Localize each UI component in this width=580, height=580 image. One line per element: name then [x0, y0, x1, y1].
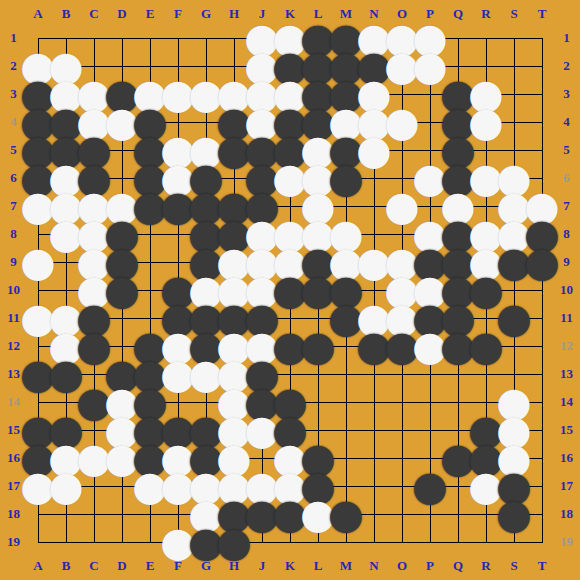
column-label-top: N — [360, 1, 388, 26]
column-label-bottom: O — [388, 553, 416, 578]
row-label-right: 11 — [553, 306, 580, 330]
row-label-right: 10 — [553, 278, 580, 302]
column-label-bottom: Q — [444, 553, 472, 578]
row-label-left: 13 — [0, 362, 27, 386]
column-label-top: L — [304, 1, 332, 26]
column-label-top: S — [500, 1, 528, 26]
column-label-top: T — [528, 1, 556, 26]
row-label-left: 4 — [0, 110, 27, 134]
column-label-top: O — [388, 1, 416, 26]
row-label-left: 10 — [0, 278, 27, 302]
column-label-bottom: D — [108, 553, 136, 578]
row-label-right: 7 — [553, 194, 580, 218]
row-label-right: 3 — [553, 82, 580, 106]
column-label-top: G — [192, 1, 220, 26]
row-label-left: 9 — [0, 250, 27, 274]
column-label-bottom: R — [472, 553, 500, 578]
row-label-left: 7 — [0, 194, 27, 218]
column-label-bottom: A — [24, 553, 52, 578]
row-label-right: 8 — [553, 222, 580, 246]
column-label-top: H — [220, 1, 248, 26]
row-label-left: 16 — [0, 446, 27, 470]
row-label-left: 8 — [0, 222, 27, 246]
row-label-right: 15 — [553, 418, 580, 442]
row-label-right: 17 — [553, 474, 580, 498]
column-label-bottom: J — [248, 553, 276, 578]
row-label-left: 5 — [0, 138, 27, 162]
row-label-left: 17 — [0, 474, 27, 498]
column-label-bottom: G — [192, 553, 220, 578]
column-label-bottom: P — [416, 553, 444, 578]
row-label-right: 4 — [553, 110, 580, 134]
column-label-bottom: K — [276, 553, 304, 578]
column-label-top: K — [276, 1, 304, 26]
row-label-left: 1 — [0, 26, 27, 50]
column-label-top: D — [108, 1, 136, 26]
row-label-right: 16 — [553, 446, 580, 470]
row-label-right: 14 — [553, 390, 580, 414]
go-board[interactable]: ●●●●●●●●●●●●●●●●●●●●●●●●●●●●●●●●●●●●●●●●… — [0, 0, 580, 580]
column-label-top: C — [80, 1, 108, 26]
row-label-left: 11 — [0, 306, 27, 330]
column-label-bottom: B — [52, 553, 80, 578]
row-label-right: 18 — [553, 502, 580, 526]
row-label-right: 13 — [553, 362, 580, 386]
column-label-bottom: H — [220, 553, 248, 578]
column-label-bottom: E — [136, 553, 164, 578]
column-label-bottom: L — [304, 553, 332, 578]
row-label-left: 15 — [0, 418, 27, 442]
column-label-top: F — [164, 1, 192, 26]
column-label-bottom: M — [332, 553, 360, 578]
row-label-left: 2 — [0, 54, 27, 78]
row-label-right: 6 — [553, 166, 580, 190]
column-label-bottom: T — [528, 553, 556, 578]
column-label-top: B — [52, 1, 80, 26]
row-label-left: 14 — [0, 390, 27, 414]
column-label-top: A — [24, 1, 52, 26]
column-label-top: Q — [444, 1, 472, 26]
column-label-bottom: S — [500, 553, 528, 578]
column-label-top: R — [472, 1, 500, 26]
row-label-right: 1 — [553, 26, 580, 50]
row-label-left: 6 — [0, 166, 27, 190]
row-label-left: 3 — [0, 82, 27, 106]
row-label-right: 5 — [553, 138, 580, 162]
column-label-top: P — [416, 1, 444, 26]
row-label-left: 19 — [0, 530, 27, 554]
column-label-bottom: F — [164, 553, 192, 578]
row-label-right: 2 — [553, 54, 580, 78]
board-grid — [38, 38, 543, 543]
column-label-top: M — [332, 1, 360, 26]
column-label-bottom: C — [80, 553, 108, 578]
column-label-bottom: N — [360, 553, 388, 578]
row-label-right: 19 — [553, 530, 580, 554]
row-label-left: 18 — [0, 502, 27, 526]
column-label-top: E — [136, 1, 164, 26]
column-label-top: J — [248, 1, 276, 26]
row-label-right: 12 — [553, 334, 580, 358]
row-label-right: 9 — [553, 250, 580, 274]
row-label-left: 12 — [0, 334, 27, 358]
